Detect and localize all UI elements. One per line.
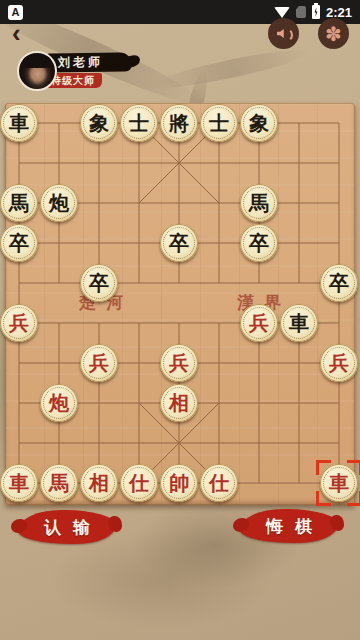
piece-black-卒-4-3[interactable]: 卒 [160,224,198,262]
piece-black-象-2-0[interactable]: 象 [80,104,118,142]
xiangqi-board[interactable]: 楚河 漢界 車象士將士象馬炮馬卒卒卒卒卒兵兵車兵兵兵炮相車馬相仕帥仕車 [5,103,355,505]
ink-brush-decoration [150,44,310,95]
piece-black-象-6-0[interactable]: 象 [240,104,278,142]
sound-button[interactable] [268,18,299,49]
speaker-waves-icon [283,28,293,42]
piece-red-炮-1-7[interactable]: 炮 [40,384,78,422]
selection-bracket [316,460,360,506]
piece-black-馬-6-2[interactable]: 馬 [240,184,278,222]
piece-red-仕-5-9[interactable]: 仕 [200,464,238,502]
resign-button[interactable]: 认输 [18,510,116,544]
piece-red-馬-1-9[interactable]: 馬 [40,464,78,502]
piece-black-車-7-5[interactable]: 車 [280,304,318,342]
app-screen: A 2:21 ‹ ✽ 刘老师 特级大师 [0,0,360,640]
piece-black-士-5-0[interactable]: 士 [200,104,238,142]
piece-black-車-0-0[interactable]: 車 [0,104,38,142]
undo-move-button[interactable]: 悔棋 [240,509,338,543]
piece-red-相-4-7[interactable]: 相 [160,384,198,422]
piece-red-車-0-9[interactable]: 車 [0,464,38,502]
piece-black-卒-6-3[interactable]: 卒 [240,224,278,262]
piece-red-帥-4-9[interactable]: 帥 [160,464,198,502]
piece-black-士-3-0[interactable]: 士 [120,104,158,142]
status-bar: A 2:21 [0,0,360,24]
piece-black-馬-0-2[interactable]: 馬 [0,184,38,222]
piece-black-卒-8-4[interactable]: 卒 [320,264,358,302]
opponent-avatar[interactable] [17,51,57,91]
no-sim-icon [296,6,306,18]
opponent-name-banner: 刘老师 [46,52,132,72]
piece-red-相-2-9[interactable]: 相 [80,464,118,502]
piece-red-兵-4-6[interactable]: 兵 [160,344,198,382]
piece-black-卒-0-3[interactable]: 卒 [0,224,38,262]
piece-black-炮-1-2[interactable]: 炮 [40,184,78,222]
settings-button[interactable]: ✽ [318,18,349,49]
piece-red-兵-8-6[interactable]: 兵 [320,344,358,382]
wifi-icon [274,7,290,18]
battery-charging-icon [312,5,320,19]
opponent-rank: 特级大师 [51,74,95,88]
piece-red-兵-2-6[interactable]: 兵 [80,344,118,382]
piece-red-兵-6-5[interactable]: 兵 [240,304,278,342]
back-button[interactable]: ‹ [12,22,36,46]
gear-icon: ✽ [325,24,342,44]
piece-black-卒-2-4[interactable]: 卒 [80,264,118,302]
piece-red-兵-0-5[interactable]: 兵 [0,304,38,342]
piece-black-將-4-0[interactable]: 將 [160,104,198,142]
piece-red-仕-3-9[interactable]: 仕 [120,464,158,502]
